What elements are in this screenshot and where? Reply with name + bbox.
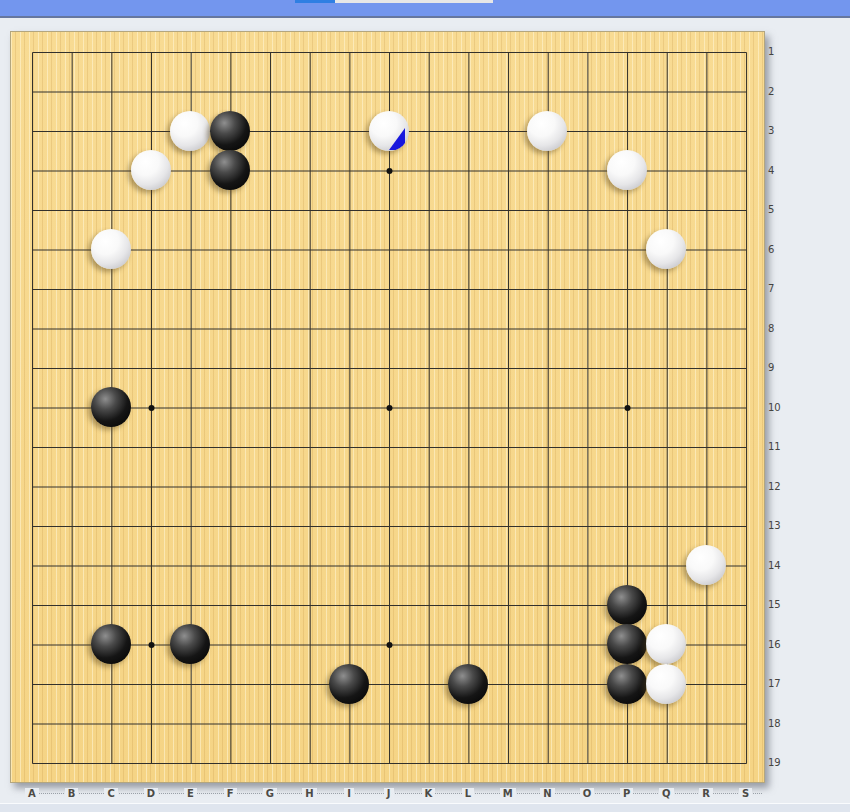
column-label-K: K <box>422 788 436 800</box>
star-point-P4 <box>625 168 631 174</box>
row-label-6: 6 <box>768 244 781 255</box>
row-label-15: 15 <box>768 599 781 610</box>
row-label-11: 11 <box>768 441 781 452</box>
column-label-H: H <box>302 788 316 800</box>
star-point-J10 <box>387 405 393 411</box>
column-label-M: M <box>500 788 516 800</box>
row-label-13: 13 <box>768 520 781 531</box>
column-label-O: O <box>580 788 595 800</box>
column-labels: ABCDEFGHIJKLMNOPQRS <box>12 788 765 800</box>
column-label-I: I <box>344 788 354 800</box>
column-label-N: N <box>540 788 554 800</box>
column-label-Q: Q <box>659 788 674 800</box>
column-label-C: C <box>104 788 117 800</box>
column-label-S: S <box>739 788 752 800</box>
star-point-P16 <box>625 642 631 648</box>
row-label-1: 1 <box>768 46 781 57</box>
row-labels: 12345678910111213141516171819 <box>768 32 781 783</box>
tab-strip-fragment <box>335 0 493 3</box>
column-label-A: A <box>25 788 39 800</box>
page-footer-strip <box>0 803 850 812</box>
row-label-19: 19 <box>768 757 781 768</box>
star-point-J16 <box>387 642 393 648</box>
column-label-P: P <box>620 788 633 800</box>
star-point-P10 <box>625 405 631 411</box>
row-label-18: 18 <box>768 718 781 729</box>
board-grid <box>11 32 764 782</box>
browser-top-bar <box>0 0 850 18</box>
row-label-8: 8 <box>768 323 781 334</box>
star-point-J4 <box>387 168 393 174</box>
row-label-17: 17 <box>768 678 781 689</box>
row-label-5: 5 <box>768 204 781 215</box>
row-label-10: 10 <box>768 402 781 413</box>
column-label-D: D <box>144 788 158 800</box>
column-label-J: J <box>384 788 394 800</box>
star-point-D10 <box>149 405 155 411</box>
row-label-12: 12 <box>768 481 781 492</box>
star-point-D16 <box>149 642 155 648</box>
tab-highlight-bar <box>295 0 335 3</box>
column-label-E: E <box>184 788 197 800</box>
column-label-B: B <box>65 788 79 800</box>
column-label-L: L <box>462 788 474 800</box>
row-label-4: 4 <box>768 165 781 176</box>
row-label-3: 3 <box>768 125 781 136</box>
row-label-2: 2 <box>768 86 781 97</box>
column-label-R: R <box>699 788 713 800</box>
row-label-7: 7 <box>768 283 781 294</box>
star-point-D4 <box>149 168 155 174</box>
column-label-G: G <box>263 788 277 800</box>
column-label-F: F <box>224 788 237 800</box>
row-label-14: 14 <box>768 560 781 571</box>
row-label-16: 16 <box>768 639 781 650</box>
row-label-9: 9 <box>768 362 781 373</box>
go-board[interactable] <box>10 31 765 783</box>
